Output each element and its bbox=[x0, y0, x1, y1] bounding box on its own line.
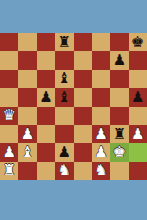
square-c8[interactable] bbox=[37, 33, 55, 51]
square-f6[interactable] bbox=[92, 70, 110, 88]
square-a8[interactable] bbox=[0, 33, 18, 51]
square-d7[interactable] bbox=[55, 51, 73, 69]
square-c5[interactable]: ♟ bbox=[37, 88, 55, 106]
square-e7[interactable] bbox=[74, 51, 92, 69]
square-f3[interactable]: ♟ bbox=[92, 125, 110, 143]
square-f8[interactable] bbox=[92, 33, 110, 51]
square-d3[interactable] bbox=[55, 125, 73, 143]
square-e2[interactable] bbox=[74, 143, 92, 161]
square-d2[interactable]: ♟ bbox=[55, 143, 73, 161]
square-d6[interactable]: ♝ bbox=[55, 70, 73, 88]
square-a4[interactable]: ♛ bbox=[0, 107, 18, 125]
square-h3[interactable]: ♟ bbox=[129, 125, 147, 143]
square-b7[interactable] bbox=[18, 51, 36, 69]
square-e5[interactable] bbox=[74, 88, 92, 106]
square-b5[interactable] bbox=[18, 88, 36, 106]
square-h8[interactable]: ♚ bbox=[129, 33, 147, 51]
square-a2[interactable]: ♟ bbox=[0, 143, 18, 161]
chess-board: ♜♚♟♝♟♝♟♛♟♟♜♟♟♝♟♟♚♜♞♞ bbox=[0, 33, 147, 180]
piece-black-pawn[interactable]: ♟ bbox=[39, 89, 52, 104]
piece-white-pawn[interactable]: ♟ bbox=[94, 144, 107, 159]
piece-white-rook[interactable]: ♜ bbox=[2, 163, 15, 178]
square-e8[interactable] bbox=[74, 33, 92, 51]
square-d1[interactable]: ♞ bbox=[55, 162, 73, 180]
piece-white-queen[interactable]: ♛ bbox=[2, 108, 15, 123]
square-d5[interactable]: ♝ bbox=[55, 88, 73, 106]
square-h4[interactable] bbox=[129, 107, 147, 125]
square-g7[interactable]: ♟ bbox=[110, 51, 128, 69]
piece-black-bishop[interactable]: ♝ bbox=[58, 71, 71, 86]
square-f1[interactable]: ♞ bbox=[92, 162, 110, 180]
piece-black-king[interactable]: ♚ bbox=[131, 34, 144, 49]
square-h7[interactable] bbox=[129, 51, 147, 69]
square-c2[interactable] bbox=[37, 143, 55, 161]
square-f4[interactable] bbox=[92, 107, 110, 125]
square-b1[interactable] bbox=[18, 162, 36, 180]
piece-white-knight[interactable]: ♞ bbox=[94, 163, 107, 178]
square-f2[interactable]: ♟ bbox=[92, 143, 110, 161]
square-b8[interactable] bbox=[18, 33, 36, 51]
square-b3[interactable]: ♟ bbox=[18, 125, 36, 143]
square-h5[interactable]: ♟ bbox=[129, 88, 147, 106]
square-g5[interactable] bbox=[110, 88, 128, 106]
piece-white-king[interactable]: ♚ bbox=[113, 144, 126, 159]
square-g2[interactable]: ♚ bbox=[110, 143, 128, 161]
app-background: ♜♚♟♝♟♝♟♛♟♟♜♟♟♝♟♟♚♜♞♞ bbox=[0, 0, 147, 220]
square-a6[interactable] bbox=[0, 70, 18, 88]
piece-black-rook[interactable]: ♜ bbox=[113, 126, 126, 141]
square-g4[interactable] bbox=[110, 107, 128, 125]
square-c6[interactable] bbox=[37, 70, 55, 88]
square-f7[interactable] bbox=[92, 51, 110, 69]
square-g1[interactable] bbox=[110, 162, 128, 180]
square-g3[interactable]: ♜ bbox=[110, 125, 128, 143]
piece-white-knight[interactable]: ♞ bbox=[58, 163, 71, 178]
square-h2[interactable] bbox=[129, 143, 147, 161]
piece-white-pawn[interactable]: ♟ bbox=[94, 126, 107, 141]
square-h6[interactable] bbox=[129, 70, 147, 88]
square-d4[interactable] bbox=[55, 107, 73, 125]
square-e3[interactable] bbox=[74, 125, 92, 143]
square-g8[interactable] bbox=[110, 33, 128, 51]
piece-white-pawn[interactable]: ♟ bbox=[2, 144, 15, 159]
square-b6[interactable] bbox=[18, 70, 36, 88]
square-b4[interactable] bbox=[18, 107, 36, 125]
square-c1[interactable] bbox=[37, 162, 55, 180]
square-e4[interactable] bbox=[74, 107, 92, 125]
square-b2[interactable]: ♝ bbox=[18, 143, 36, 161]
square-d8[interactable]: ♜ bbox=[55, 33, 73, 51]
square-c4[interactable] bbox=[37, 107, 55, 125]
piece-black-pawn[interactable]: ♟ bbox=[131, 89, 144, 104]
square-e1[interactable] bbox=[74, 162, 92, 180]
square-c3[interactable] bbox=[37, 125, 55, 143]
square-a7[interactable] bbox=[0, 51, 18, 69]
piece-black-rook[interactable]: ♜ bbox=[58, 34, 71, 49]
square-f5[interactable] bbox=[92, 88, 110, 106]
square-a5[interactable] bbox=[0, 88, 18, 106]
square-a3[interactable] bbox=[0, 125, 18, 143]
piece-black-pawn[interactable]: ♟ bbox=[58, 144, 71, 159]
square-e6[interactable] bbox=[74, 70, 92, 88]
square-a1[interactable]: ♜ bbox=[0, 162, 18, 180]
square-c7[interactable] bbox=[37, 51, 55, 69]
piece-black-pawn[interactable]: ♟ bbox=[113, 53, 126, 68]
piece-white-pawn[interactable]: ♟ bbox=[131, 126, 144, 141]
piece-white-bishop[interactable]: ♝ bbox=[21, 144, 34, 159]
square-g6[interactable] bbox=[110, 70, 128, 88]
piece-black-bishop[interactable]: ♝ bbox=[58, 89, 71, 104]
square-h1[interactable] bbox=[129, 162, 147, 180]
piece-white-pawn[interactable]: ♟ bbox=[21, 126, 34, 141]
